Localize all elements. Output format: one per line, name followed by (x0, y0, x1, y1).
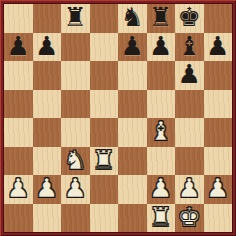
square-g5[interactable] (175, 90, 204, 119)
piece-white-pawn[interactable]: ♟ (178, 175, 201, 201)
square-d8[interactable] (90, 4, 119, 33)
square-a3[interactable] (4, 147, 33, 176)
square-h1[interactable] (204, 204, 233, 233)
square-d4[interactable] (90, 118, 119, 147)
square-f5[interactable] (147, 90, 176, 119)
square-c8[interactable]: ♜ (61, 4, 90, 33)
piece-black-pawn[interactable]: ♟ (7, 33, 30, 59)
square-h6[interactable] (204, 61, 233, 90)
piece-black-knight[interactable]: ♞ (121, 4, 144, 30)
square-a5[interactable] (4, 90, 33, 119)
square-f2[interactable]: ♟ (147, 175, 176, 204)
square-b5[interactable] (33, 90, 62, 119)
square-g6[interactable]: ♟ (175, 61, 204, 90)
square-e8[interactable]: ♞ (118, 4, 147, 33)
piece-white-pawn[interactable]: ♟ (149, 175, 172, 201)
square-c6[interactable] (61, 61, 90, 90)
square-c3[interactable]: ♞ (61, 147, 90, 176)
square-d7[interactable] (90, 33, 119, 62)
piece-black-pawn[interactable]: ♟ (206, 33, 229, 59)
square-e4[interactable] (118, 118, 147, 147)
square-c1[interactable] (61, 204, 90, 233)
square-h8[interactable] (204, 4, 233, 33)
piece-black-rook[interactable]: ♜ (149, 4, 172, 30)
square-g8[interactable]: ♚ (175, 4, 204, 33)
piece-white-knight[interactable]: ♞ (64, 147, 87, 173)
square-b2[interactable]: ♟ (33, 175, 62, 204)
square-c4[interactable] (61, 118, 90, 147)
square-f6[interactable] (147, 61, 176, 90)
piece-white-pawn[interactable]: ♟ (7, 175, 30, 201)
square-a2[interactable]: ♟ (4, 175, 33, 204)
square-a4[interactable] (4, 118, 33, 147)
square-g1[interactable]: ♚ (175, 204, 204, 233)
square-f7[interactable]: ♟ (147, 33, 176, 62)
square-h7[interactable]: ♟ (204, 33, 233, 62)
chess-board-frame: ♜♞♜♚♟♟♟♟♝♟♟♝♞♜♟♟♟♟♟♟♜♚ (0, 0, 236, 236)
square-b8[interactable] (33, 4, 62, 33)
piece-black-pawn[interactable]: ♟ (178, 61, 201, 87)
square-a7[interactable]: ♟ (4, 33, 33, 62)
square-g4[interactable] (175, 118, 204, 147)
square-a1[interactable] (4, 204, 33, 233)
chess-board: ♜♞♜♚♟♟♟♟♝♟♟♝♞♜♟♟♟♟♟♟♜♚ (4, 4, 232, 232)
square-a6[interactable] (4, 61, 33, 90)
piece-black-rook[interactable]: ♜ (64, 4, 87, 30)
piece-white-pawn[interactable]: ♟ (64, 175, 87, 201)
square-d1[interactable] (90, 204, 119, 233)
square-f1[interactable]: ♜ (147, 204, 176, 233)
square-b6[interactable] (33, 61, 62, 90)
square-d3[interactable]: ♜ (90, 147, 119, 176)
square-e5[interactable] (118, 90, 147, 119)
square-c2[interactable]: ♟ (61, 175, 90, 204)
piece-black-pawn[interactable]: ♟ (149, 33, 172, 59)
square-h5[interactable] (204, 90, 233, 119)
square-g3[interactable] (175, 147, 204, 176)
square-b3[interactable] (33, 147, 62, 176)
square-e3[interactable] (118, 147, 147, 176)
square-d2[interactable] (90, 175, 119, 204)
square-g2[interactable]: ♟ (175, 175, 204, 204)
square-c7[interactable] (61, 33, 90, 62)
square-h3[interactable] (204, 147, 233, 176)
piece-white-pawn[interactable]: ♟ (206, 175, 229, 201)
square-b1[interactable] (33, 204, 62, 233)
square-d6[interactable] (90, 61, 119, 90)
square-e1[interactable] (118, 204, 147, 233)
piece-white-rook[interactable]: ♜ (149, 204, 172, 230)
square-e7[interactable]: ♟ (118, 33, 147, 62)
piece-white-rook[interactable]: ♜ (92, 147, 115, 173)
piece-black-pawn[interactable]: ♟ (121, 33, 144, 59)
square-b7[interactable]: ♟ (33, 33, 62, 62)
square-b4[interactable] (33, 118, 62, 147)
piece-white-bishop[interactable]: ♝ (149, 118, 172, 144)
square-f8[interactable]: ♜ (147, 4, 176, 33)
square-a8[interactable] (4, 4, 33, 33)
piece-white-king[interactable]: ♚ (178, 204, 201, 230)
piece-black-king[interactable]: ♚ (178, 4, 201, 30)
square-c5[interactable] (61, 90, 90, 119)
square-e2[interactable] (118, 175, 147, 204)
square-h4[interactable] (204, 118, 233, 147)
square-d5[interactable] (90, 90, 119, 119)
square-f3[interactable] (147, 147, 176, 176)
square-h2[interactable]: ♟ (204, 175, 233, 204)
piece-black-pawn[interactable]: ♟ (35, 33, 58, 59)
square-f4[interactable]: ♝ (147, 118, 176, 147)
square-g7[interactable]: ♝ (175, 33, 204, 62)
square-e6[interactable] (118, 61, 147, 90)
piece-black-bishop[interactable]: ♝ (178, 33, 201, 59)
piece-white-pawn[interactable]: ♟ (35, 175, 58, 201)
